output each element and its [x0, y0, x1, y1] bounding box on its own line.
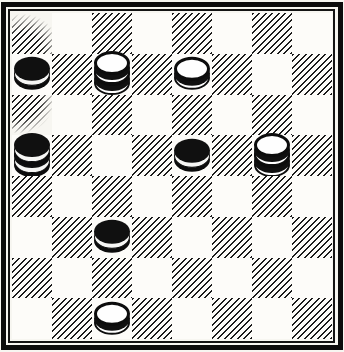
black-man-square-5[interactable] [14, 57, 50, 90]
square-r3c8[interactable] [292, 95, 332, 136]
square-r5c8[interactable] [292, 176, 332, 217]
square-r7c4[interactable] [132, 258, 172, 299]
square-r4c2 [52, 135, 92, 176]
disc-face [94, 51, 130, 75]
square-r1c5 [172, 13, 212, 54]
square-r7c6[interactable] [212, 258, 252, 299]
square-r6c3[interactable] [92, 217, 132, 258]
square-r1c2[interactable] [52, 13, 92, 54]
square-r5c4[interactable] [132, 176, 172, 217]
square-r4c8 [292, 135, 332, 176]
square-r6c4 [132, 217, 172, 258]
square-r4c6 [212, 135, 252, 176]
square-r2c3[interactable] [92, 54, 132, 95]
black-man-square-22[interactable] [94, 220, 130, 253]
square-r1c4[interactable] [132, 13, 172, 54]
square-r3c4[interactable] [132, 95, 172, 136]
square-r1c1 [12, 13, 52, 54]
square-r2c1[interactable] [12, 54, 52, 95]
piece-disc [94, 301, 130, 334]
square-r2c2 [52, 54, 92, 95]
square-r2c4 [132, 54, 172, 95]
piece-disc [94, 51, 130, 84]
square-r2c8 [292, 54, 332, 95]
square-r4c5[interactable] [172, 135, 212, 176]
square-r6c7[interactable] [252, 217, 292, 258]
square-r3c5 [172, 95, 212, 136]
disc-face [94, 220, 130, 244]
disc-face [174, 138, 210, 162]
square-r5c3 [92, 176, 132, 217]
piece-disc [94, 220, 130, 253]
disc-face [174, 57, 210, 81]
square-r6c2 [52, 217, 92, 258]
square-r6c6 [212, 217, 252, 258]
square-r5c6[interactable] [212, 176, 252, 217]
board-grid [12, 13, 332, 339]
piece-disc [254, 133, 290, 166]
black-king-square-13[interactable] [14, 133, 50, 177]
square-r7c1 [12, 258, 52, 299]
square-r1c3 [92, 13, 132, 54]
square-r1c6[interactable] [212, 13, 252, 54]
square-r5c7 [252, 176, 292, 217]
disc-face [254, 133, 290, 157]
square-r7c8[interactable] [292, 258, 332, 299]
square-r8c8 [292, 298, 332, 339]
checkers-diagram [0, 0, 344, 352]
square-r5c1 [12, 176, 52, 217]
piece-disc [174, 138, 210, 171]
square-r4c1[interactable] [12, 135, 52, 176]
white-man-square-7[interactable] [174, 57, 210, 90]
square-r6c1[interactable] [12, 217, 52, 258]
square-r7c5 [172, 258, 212, 299]
square-r8c3[interactable] [92, 298, 132, 339]
square-r3c2[interactable] [52, 95, 92, 136]
piece-disc [174, 57, 210, 90]
square-r2c5[interactable] [172, 54, 212, 95]
white-king-square-6[interactable] [94, 51, 130, 95]
white-king-square-16[interactable] [254, 133, 290, 177]
square-r3c7 [252, 95, 292, 136]
square-r8c1[interactable] [12, 298, 52, 339]
square-r1c7 [252, 13, 292, 54]
square-r8c7[interactable] [252, 298, 292, 339]
square-r6c5[interactable] [172, 217, 212, 258]
square-r8c4 [132, 298, 172, 339]
square-r1c8[interactable] [292, 13, 332, 54]
square-r8c5[interactable] [172, 298, 212, 339]
square-r4c3[interactable] [92, 135, 132, 176]
square-r8c2 [52, 298, 92, 339]
square-r5c2[interactable] [52, 176, 92, 217]
square-r7c2[interactable] [52, 258, 92, 299]
white-man-square-30[interactable] [94, 301, 130, 334]
black-man-square-15[interactable] [174, 138, 210, 171]
disc-face [14, 133, 50, 157]
disc-face [14, 57, 50, 81]
square-r3c6[interactable] [212, 95, 252, 136]
square-r5c5 [172, 176, 212, 217]
square-r3c3 [92, 95, 132, 136]
square-r7c7 [252, 258, 292, 299]
piece-disc [14, 133, 50, 166]
square-r3c1 [12, 95, 52, 136]
square-r2c7[interactable] [252, 54, 292, 95]
square-r7c3 [92, 258, 132, 299]
square-r4c7[interactable] [252, 135, 292, 176]
disc-face [94, 301, 130, 325]
square-r6c8 [292, 217, 332, 258]
square-r8c6 [212, 298, 252, 339]
square-r4c4 [132, 135, 172, 176]
square-r2c6 [212, 54, 252, 95]
piece-disc [14, 57, 50, 90]
